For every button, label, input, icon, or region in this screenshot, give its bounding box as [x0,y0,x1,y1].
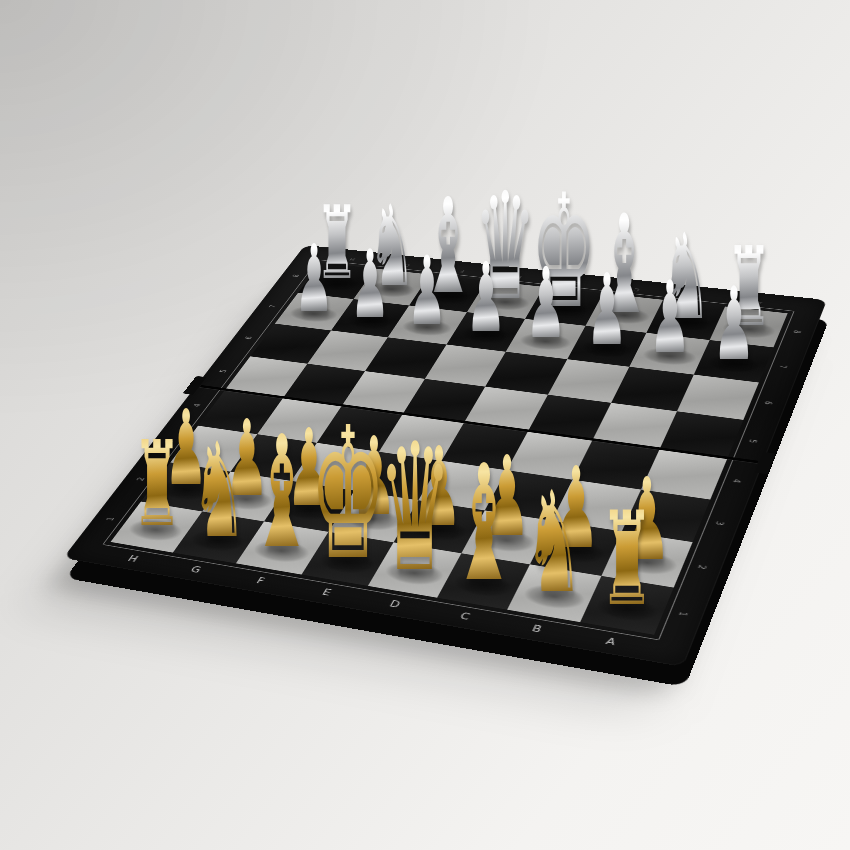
gold-queen-icon: ♛ [378,420,452,596]
silver-pawn-icon: ♟ [586,262,627,361]
gold-bishop-icon: ♝ [250,416,315,570]
silver-pawn-icon: ♟ [525,256,566,353]
silver-pawn-icon: ♟ [712,275,754,376]
silver-pawn-icon: ♟ [407,244,447,339]
gold-knight-icon: ♞ [191,426,246,557]
gold-bishop-icon: ♝ [450,445,517,605]
gold-knight-icon: ♞ [525,474,584,614]
silver-pawn-icon: ♟ [350,238,390,332]
photo-background: HGFEDCBAHGFEDCBA8765432187654321 ♜♞♝♛♚♝♞… [0,0,850,850]
silver-pawn-icon: ♟ [295,232,334,325]
gold-rook-icon: ♜ [132,426,182,544]
silver-pawn-icon: ♟ [649,269,691,369]
silver-pawn-icon: ♟ [466,250,506,346]
gold-king-icon: ♚ [309,404,385,586]
pieces-layer: ♜♞♝♛♚♝♞♜♟♟♟♟♟♟♟♟♟♟♟♟♟♟♟♟♜♞♝♚♛♝♞♜ [0,0,850,850]
gold-rook-icon: ♜ [600,495,654,624]
